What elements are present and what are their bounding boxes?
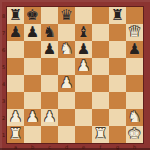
file-label-a: a [7, 143, 24, 150]
square-c7[interactable]: ♞ [41, 24, 58, 41]
square-d6[interactable]: ♞ [58, 41, 75, 58]
piece-white-pawn: ♟ [77, 58, 90, 75]
rank-label-6: 6 [0, 41, 7, 58]
square-f1[interactable]: ♜ [92, 126, 109, 143]
square-c8[interactable] [41, 7, 58, 24]
square-c3[interactable] [41, 92, 58, 109]
square-e2[interactable] [75, 109, 92, 126]
square-g6[interactable] [109, 41, 126, 58]
square-h7[interactable]: ♛ [126, 24, 143, 41]
piece-black-pawn: ♟ [128, 41, 141, 58]
square-b5[interactable] [24, 58, 41, 75]
square-a1[interactable]: ♜ [7, 126, 24, 143]
piece-white-knight: ♞ [128, 109, 141, 126]
square-f4[interactable] [92, 75, 109, 92]
square-d8[interactable]: ♛ [58, 7, 75, 24]
piece-white-rook: ♜ [9, 126, 22, 143]
square-h1[interactable]: ♚ [126, 126, 143, 143]
square-b2[interactable]: ♟ [24, 109, 41, 126]
square-e3[interactable] [75, 92, 92, 109]
square-g8[interactable]: ♜ [109, 7, 126, 24]
rank-label-5: 5 [0, 58, 7, 75]
square-b6[interactable] [24, 41, 41, 58]
rank-labels: 87654321 [0, 7, 7, 143]
square-a5[interactable] [7, 58, 24, 75]
square-e6[interactable]: ♟ [75, 41, 92, 58]
square-b8[interactable]: ♚ [24, 7, 41, 24]
square-c6[interactable]: ♟ [41, 41, 58, 58]
square-h4[interactable] [126, 75, 143, 92]
square-g7[interactable] [109, 24, 126, 41]
square-d4[interactable]: ♟ [58, 75, 75, 92]
square-e8[interactable] [75, 7, 92, 24]
square-e4[interactable] [75, 75, 92, 92]
square-f8[interactable] [92, 7, 109, 24]
square-g5[interactable] [109, 58, 126, 75]
square-e7[interactable]: ♝ [75, 24, 92, 41]
square-h8[interactable] [126, 7, 143, 24]
piece-white-knight: ♞ [60, 41, 73, 58]
square-a7[interactable]: ♟ [7, 24, 24, 41]
square-d1[interactable] [58, 126, 75, 143]
square-a2[interactable]: ♟ [7, 109, 24, 126]
square-c4[interactable] [41, 75, 58, 92]
rank-label-1: 1 [0, 126, 7, 143]
piece-black-rook: ♜ [9, 7, 22, 24]
square-h6[interactable]: ♟ [126, 41, 143, 58]
square-d2[interactable] [58, 109, 75, 126]
square-h5[interactable] [126, 58, 143, 75]
square-c5[interactable] [41, 58, 58, 75]
piece-black-knight: ♞ [43, 24, 56, 41]
square-a3[interactable] [7, 92, 24, 109]
square-e1[interactable] [75, 126, 92, 143]
square-a6[interactable] [7, 41, 24, 58]
square-d3[interactable] [58, 92, 75, 109]
square-g1[interactable] [109, 126, 126, 143]
square-d5[interactable] [58, 58, 75, 75]
piece-black-pawn: ♟ [26, 24, 39, 41]
rank-label-3: 3 [0, 92, 7, 109]
file-label-h: h [126, 143, 143, 150]
piece-white-pawn: ♟ [43, 109, 56, 126]
piece-black-pawn: ♟ [43, 41, 56, 58]
square-a8[interactable]: ♜ [7, 7, 24, 24]
rank-label-4: 4 [0, 75, 7, 92]
piece-black-pawn: ♟ [77, 41, 90, 58]
square-b4[interactable] [24, 75, 41, 92]
square-g3[interactable] [109, 92, 126, 109]
piece-white-pawn: ♟ [26, 109, 39, 126]
rank-label-7: 7 [0, 24, 7, 41]
square-b1[interactable] [24, 126, 41, 143]
square-f5[interactable] [92, 58, 109, 75]
file-label-f: f [92, 143, 109, 150]
square-g4[interactable] [109, 75, 126, 92]
square-f3[interactable] [92, 92, 109, 109]
file-label-c: c [41, 143, 58, 150]
file-label-g: g [109, 143, 126, 150]
piece-black-king: ♚ [26, 7, 39, 24]
square-f7[interactable] [92, 24, 109, 41]
piece-white-pawn: ♟ [60, 75, 73, 92]
board-grid: ♜♚♛♜♟♟♞♝♛♟♞♟♟♟♟♟♟♟♞♜♜♚ [7, 7, 143, 143]
file-label-d: d [58, 143, 75, 150]
square-e5[interactable]: ♟ [75, 58, 92, 75]
piece-black-pawn: ♟ [9, 24, 22, 41]
chess-board: 87654321 ♜♚♛♜♟♟♞♝♛♟♞♟♟♟♟♟♟♟♞♜♜♚ abcdefgh [0, 0, 150, 150]
square-f6[interactable] [92, 41, 109, 58]
rank-label-8: 8 [0, 7, 7, 24]
square-c1[interactable] [41, 126, 58, 143]
file-labels: abcdefgh [7, 143, 143, 150]
file-label-b: b [24, 143, 41, 150]
square-b7[interactable]: ♟ [24, 24, 41, 41]
square-c2[interactable]: ♟ [41, 109, 58, 126]
piece-black-queen: ♛ [60, 7, 73, 24]
square-a4[interactable] [7, 75, 24, 92]
square-f2[interactable] [92, 109, 109, 126]
rank-label-2: 2 [0, 109, 7, 126]
square-h2[interactable]: ♞ [126, 109, 143, 126]
square-g2[interactable] [109, 109, 126, 126]
piece-white-rook: ♜ [94, 126, 107, 143]
piece-black-rook: ♜ [111, 7, 124, 24]
square-b3[interactable] [24, 92, 41, 109]
piece-white-pawn: ♟ [9, 109, 22, 126]
square-h3[interactable] [126, 92, 143, 109]
piece-white-queen: ♛ [128, 24, 141, 41]
piece-white-king: ♚ [128, 126, 141, 143]
square-d7[interactable] [58, 24, 75, 41]
piece-black-bishop: ♝ [77, 24, 90, 41]
file-label-e: e [75, 143, 92, 150]
